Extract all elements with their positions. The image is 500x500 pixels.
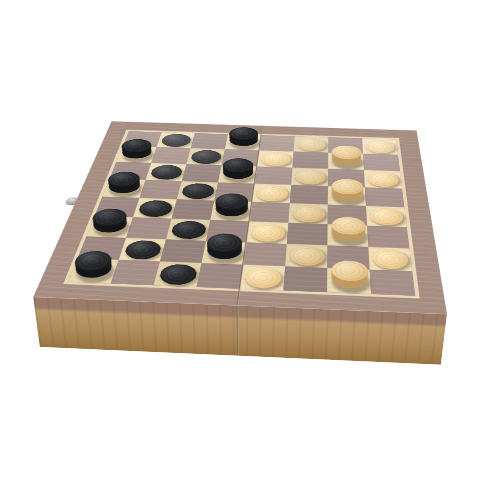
board-square[interactable] — [86, 216, 133, 238]
light-checker-piece[interactable] — [367, 172, 399, 188]
black-checker-piece[interactable] — [158, 264, 198, 285]
board-square[interactable] — [290, 185, 328, 205]
board-square[interactable] — [367, 226, 409, 249]
board-square[interactable] — [257, 150, 294, 167]
board-square[interactable] — [283, 266, 327, 292]
board-square[interactable] — [252, 184, 291, 204]
black-checker-piece[interactable] — [72, 260, 114, 281]
board-square[interactable] — [243, 242, 287, 266]
board-square[interactable] — [68, 258, 119, 283]
black-checker-piece[interactable] — [190, 150, 222, 164]
board-square[interactable] — [370, 270, 416, 296]
board-square[interactable] — [287, 223, 328, 245]
board-square[interactable] — [119, 238, 166, 262]
light-checker-piece[interactable] — [294, 169, 325, 184]
board-square[interactable] — [362, 138, 398, 155]
board-square[interactable] — [328, 153, 364, 170]
black-checker-piece[interactable] — [214, 202, 249, 219]
light-checker-piece[interactable] — [331, 226, 365, 245]
board-square[interactable] — [197, 263, 244, 289]
black-checker-piece[interactable] — [123, 240, 163, 260]
board-square[interactable] — [133, 198, 177, 219]
board-square[interactable] — [111, 260, 160, 285]
board-square[interactable] — [285, 244, 327, 268]
board-square[interactable] — [201, 241, 246, 265]
board-square[interactable] — [102, 179, 145, 198]
board-square[interactable] — [182, 164, 222, 182]
board-square[interactable] — [151, 147, 190, 164]
board-square[interactable] — [365, 187, 404, 207]
board-square[interactable] — [363, 154, 400, 172]
product-photo-scene — [0, 0, 500, 500]
light-checker-piece[interactable] — [297, 138, 326, 152]
black-checker-piece[interactable] — [160, 133, 192, 146]
board-square[interactable] — [191, 133, 228, 149]
black-checker-piece[interactable] — [137, 200, 174, 217]
light-checker-piece[interactable] — [369, 208, 403, 226]
black-checker-piece[interactable] — [90, 218, 129, 236]
board-square[interactable] — [294, 136, 329, 152]
light-checker-piece[interactable] — [260, 152, 291, 166]
light-checker-piece[interactable] — [289, 246, 324, 266]
hinge-seam-front — [236, 305, 238, 355]
light-checker-piece[interactable] — [331, 188, 363, 205]
light-checker-piece[interactable] — [292, 205, 325, 223]
game-board — [33, 121, 447, 314]
board-square[interactable] — [225, 134, 261, 150]
black-checker-piece[interactable] — [106, 180, 142, 196]
black-checker-piece[interactable] — [228, 135, 259, 149]
board-square[interactable] — [255, 167, 293, 185]
board-square[interactable] — [288, 203, 327, 224]
board-square[interactable] — [291, 168, 328, 186]
board-square[interactable] — [240, 265, 285, 291]
light-checker-piece[interactable] — [331, 154, 361, 169]
board-square[interactable] — [172, 199, 215, 220]
board-square[interactable] — [327, 268, 371, 294]
board-square[interactable] — [210, 201, 252, 222]
board-square[interactable] — [327, 224, 368, 247]
board-square[interactable] — [328, 186, 366, 206]
black-checker-piece[interactable] — [221, 167, 254, 182]
light-checker-piece[interactable] — [372, 249, 409, 269]
board-square[interactable] — [249, 202, 290, 223]
board-square[interactable] — [218, 165, 257, 183]
board-top-surface — [33, 121, 447, 314]
board-square[interactable] — [246, 222, 288, 244]
board-square[interactable] — [154, 262, 202, 288]
board-square[interactable] — [166, 219, 210, 241]
black-checker-piece[interactable] — [149, 165, 183, 180]
board-square[interactable] — [157, 132, 195, 148]
board-square[interactable] — [177, 181, 218, 200]
board-square[interactable] — [140, 180, 182, 199]
board-square[interactable] — [146, 163, 187, 181]
black-checker-piece[interactable] — [120, 147, 154, 161]
board-square[interactable] — [116, 146, 156, 163]
board-square[interactable] — [126, 217, 171, 239]
light-checker-piece[interactable] — [255, 185, 288, 201]
board-square[interactable] — [366, 206, 407, 227]
board-square[interactable] — [292, 152, 328, 169]
light-checker-piece[interactable] — [331, 270, 368, 292]
light-checker-piece[interactable] — [365, 140, 395, 154]
board-square[interactable] — [364, 170, 402, 189]
black-checker-piece[interactable] — [170, 220, 207, 239]
board-square[interactable] — [160, 239, 206, 263]
black-checker-piece[interactable] — [180, 183, 215, 199]
board-square[interactable] — [186, 148, 225, 165]
board-square[interactable] — [368, 247, 412, 271]
light-checker-piece[interactable] — [244, 267, 282, 289]
board-square[interactable] — [259, 135, 295, 151]
black-checker-piece[interactable] — [205, 243, 243, 263]
light-checker-piece[interactable] — [250, 223, 285, 242]
